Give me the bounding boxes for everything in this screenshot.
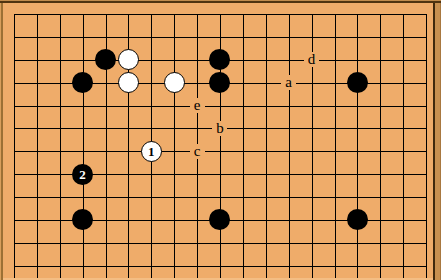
board-point <box>369 163 392 186</box>
board-point <box>254 254 277 277</box>
board-point <box>186 231 209 254</box>
black-stone <box>209 71 232 94</box>
board-point <box>117 117 140 140</box>
white-stone <box>163 71 186 94</box>
board-point <box>3 3 26 26</box>
board-point <box>277 117 300 140</box>
board-point <box>25 25 48 48</box>
go-board: daeb1c2 <box>3 3 438 278</box>
board-point <box>3 209 26 232</box>
board-point <box>369 186 392 209</box>
board-point <box>94 3 117 26</box>
board-point <box>71 117 94 140</box>
board-point <box>231 117 254 140</box>
board-point <box>254 186 277 209</box>
board-point <box>323 25 346 48</box>
black-stone-glyph <box>95 49 116 70</box>
board-point <box>209 140 232 163</box>
board-point <box>25 186 48 209</box>
board-point <box>25 3 48 26</box>
black-stone-glyph: 2 <box>72 164 93 185</box>
annotated-point-e: e <box>186 94 209 117</box>
board-point <box>300 163 323 186</box>
board-point <box>323 94 346 117</box>
board-frame-right-edge <box>433 0 441 280</box>
black-stone <box>71 71 94 94</box>
board-point <box>277 3 300 26</box>
board-point <box>346 25 369 48</box>
board-point <box>392 25 415 48</box>
black-stone <box>209 209 232 232</box>
black-stone-glyph <box>347 209 368 230</box>
board-point <box>94 231 117 254</box>
board-point <box>163 117 186 140</box>
white-stone-glyph <box>118 72 139 93</box>
board-point <box>231 71 254 94</box>
black-stone-glyph <box>209 209 230 230</box>
board-point <box>186 254 209 277</box>
board-point <box>231 48 254 71</box>
point-label-d: d <box>304 52 319 67</box>
board-point <box>48 117 71 140</box>
board-point <box>186 117 209 140</box>
board-point <box>209 163 232 186</box>
board-point <box>117 3 140 26</box>
board-point <box>231 254 254 277</box>
board-point <box>369 48 392 71</box>
board-point <box>392 231 415 254</box>
board-point <box>94 140 117 163</box>
board-point <box>163 186 186 209</box>
board-point <box>48 186 71 209</box>
board-point <box>48 209 71 232</box>
board-point <box>25 48 48 71</box>
board-point <box>323 163 346 186</box>
board-point <box>186 71 209 94</box>
board-point <box>186 48 209 71</box>
board-point <box>209 231 232 254</box>
board-point <box>254 71 277 94</box>
board-point <box>117 140 140 163</box>
board-point <box>3 163 26 186</box>
board-point <box>369 254 392 277</box>
board-point <box>48 3 71 26</box>
board-point <box>140 71 163 94</box>
board-point <box>48 231 71 254</box>
annotated-point-d: d <box>300 48 323 71</box>
board-point <box>300 3 323 26</box>
board-point <box>163 25 186 48</box>
board-point <box>277 48 300 71</box>
board-point <box>392 3 415 26</box>
board-point <box>209 94 232 117</box>
board-point <box>140 231 163 254</box>
board-point <box>94 254 117 277</box>
board-point <box>300 231 323 254</box>
board-point <box>3 231 26 254</box>
board-point <box>323 71 346 94</box>
board-point <box>163 254 186 277</box>
black-stone <box>346 209 369 232</box>
board-point <box>140 163 163 186</box>
board-point <box>277 186 300 209</box>
board-point <box>277 94 300 117</box>
board-point <box>346 163 369 186</box>
board-point <box>300 117 323 140</box>
board-point <box>369 209 392 232</box>
board-point <box>186 3 209 26</box>
board-point <box>163 231 186 254</box>
black-stone <box>346 71 369 94</box>
point-label-c: c <box>190 144 205 159</box>
move-1-stone: 1 <box>140 140 163 163</box>
board-point <box>231 163 254 186</box>
board-point <box>71 231 94 254</box>
white-stone <box>117 48 140 71</box>
board-point <box>346 94 369 117</box>
black-stone-glyph <box>72 209 93 230</box>
board-point <box>254 25 277 48</box>
board-point <box>392 48 415 71</box>
board-point <box>392 163 415 186</box>
board-point <box>231 94 254 117</box>
white-stone-glyph <box>164 72 185 93</box>
board-point <box>94 186 117 209</box>
board-point <box>3 25 26 48</box>
board-point <box>25 117 48 140</box>
board-point <box>186 186 209 209</box>
black-stone-glyph <box>209 72 230 93</box>
board-point <box>300 140 323 163</box>
board-point <box>346 117 369 140</box>
board-point <box>209 186 232 209</box>
board-point <box>3 254 26 277</box>
board-point <box>71 140 94 163</box>
board-point <box>71 48 94 71</box>
board-point <box>254 48 277 71</box>
black-stone-glyph <box>347 72 368 93</box>
board-point <box>254 163 277 186</box>
move-2-stone: 2 <box>71 163 94 186</box>
board-point <box>369 140 392 163</box>
board-point <box>323 186 346 209</box>
board-point <box>392 186 415 209</box>
board-point <box>71 25 94 48</box>
board-point <box>94 25 117 48</box>
board-point <box>392 209 415 232</box>
board-point <box>209 25 232 48</box>
board-point <box>94 117 117 140</box>
board-point <box>3 186 26 209</box>
board-point <box>346 48 369 71</box>
board-point <box>94 94 117 117</box>
board-point <box>231 3 254 26</box>
board-point <box>186 25 209 48</box>
board-point <box>117 254 140 277</box>
board-point <box>25 209 48 232</box>
board-point <box>277 254 300 277</box>
board-point <box>254 3 277 26</box>
white-stone <box>117 71 140 94</box>
board-point <box>48 48 71 71</box>
board-frame-left-edge <box>0 0 3 280</box>
board-point <box>300 186 323 209</box>
board-point <box>94 71 117 94</box>
board-point <box>392 117 415 140</box>
board-point <box>392 254 415 277</box>
point-label-b: b <box>212 121 227 136</box>
board-point <box>140 94 163 117</box>
board-point <box>346 254 369 277</box>
board-point <box>163 209 186 232</box>
board-point <box>140 25 163 48</box>
board-point <box>323 209 346 232</box>
point-label-a: a <box>281 75 296 90</box>
board-point <box>25 94 48 117</box>
board-point <box>48 71 71 94</box>
board-point <box>25 71 48 94</box>
board-point <box>186 209 209 232</box>
black-stone <box>71 209 94 232</box>
board-point <box>48 94 71 117</box>
board-point <box>117 186 140 209</box>
board-point <box>254 140 277 163</box>
board-point <box>117 209 140 232</box>
board-point <box>186 163 209 186</box>
annotated-point-b: b <box>209 117 232 140</box>
board-point <box>71 186 94 209</box>
board-point <box>254 117 277 140</box>
board-point <box>323 254 346 277</box>
board-point <box>25 140 48 163</box>
board-point <box>346 231 369 254</box>
board-point <box>163 94 186 117</box>
board-point <box>323 140 346 163</box>
board-point <box>323 48 346 71</box>
board-point <box>140 186 163 209</box>
board-point <box>277 209 300 232</box>
board-point <box>3 48 26 71</box>
board-frame-top-edge <box>0 0 441 3</box>
board-point <box>71 254 94 277</box>
board-point <box>231 25 254 48</box>
board-point <box>3 140 26 163</box>
board-point <box>71 3 94 26</box>
board-point <box>392 94 415 117</box>
board-point <box>163 48 186 71</box>
board-point <box>71 94 94 117</box>
board-point <box>25 163 48 186</box>
board-point <box>323 117 346 140</box>
board-point <box>48 163 71 186</box>
board-point <box>254 94 277 117</box>
board-point <box>392 71 415 94</box>
board-point <box>163 3 186 26</box>
board-point <box>163 163 186 186</box>
board-point <box>300 254 323 277</box>
board-point <box>231 231 254 254</box>
board-point <box>346 186 369 209</box>
board-point <box>323 3 346 26</box>
annotated-point-c: c <box>186 140 209 163</box>
board-point <box>392 140 415 163</box>
board-point <box>48 25 71 48</box>
board-point <box>300 71 323 94</box>
board-point <box>140 3 163 26</box>
board-point <box>209 254 232 277</box>
board-point <box>140 117 163 140</box>
annotated-point-a: a <box>277 71 300 94</box>
go-board-diagram: daeb1c2 <box>0 0 441 280</box>
board-point <box>231 140 254 163</box>
board-point <box>369 25 392 48</box>
board-point <box>140 48 163 71</box>
board-point <box>300 25 323 48</box>
board-point <box>277 231 300 254</box>
board-point <box>346 140 369 163</box>
board-point <box>277 140 300 163</box>
board-point <box>25 231 48 254</box>
board-point <box>369 3 392 26</box>
board-point <box>323 231 346 254</box>
white-stone-glyph <box>118 49 139 70</box>
board-point <box>254 231 277 254</box>
board-point <box>140 209 163 232</box>
board-point <box>117 94 140 117</box>
board-point <box>117 163 140 186</box>
black-stone <box>94 48 117 71</box>
board-point <box>48 254 71 277</box>
board-point <box>300 209 323 232</box>
board-point <box>277 25 300 48</box>
board-point <box>117 231 140 254</box>
board-point <box>3 117 26 140</box>
point-label-e: e <box>190 98 205 113</box>
black-stone-glyph <box>72 72 93 93</box>
board-point <box>94 209 117 232</box>
board-point <box>369 71 392 94</box>
black-stone-glyph <box>209 49 230 70</box>
board-point <box>3 94 26 117</box>
board-point <box>48 140 71 163</box>
board-point <box>369 117 392 140</box>
board-point <box>163 140 186 163</box>
board-point <box>231 209 254 232</box>
board-point <box>117 25 140 48</box>
board-point <box>277 163 300 186</box>
board-point <box>25 254 48 277</box>
board-point <box>369 94 392 117</box>
black-stone <box>209 48 232 71</box>
board-point <box>346 3 369 26</box>
board-point <box>369 231 392 254</box>
board-point <box>3 71 26 94</box>
board-point <box>300 94 323 117</box>
board-point <box>94 163 117 186</box>
board-point <box>254 209 277 232</box>
white-stone-glyph: 1 <box>141 141 162 162</box>
board-point <box>209 3 232 26</box>
board-point <box>231 186 254 209</box>
board-point <box>140 254 163 277</box>
